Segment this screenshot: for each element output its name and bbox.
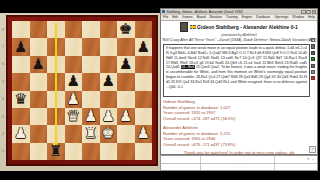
rank-label-3: 3 (1, 108, 5, 125)
square-g2[interactable] (117, 125, 135, 142)
window-buttons: – □ × (301, 10, 316, 14)
current-move-highlight[interactable]: 24...Be6 (181, 65, 195, 69)
maximize-button[interactable]: □ (306, 10, 310, 14)
white-pawn[interactable]: ♟ (137, 126, 150, 141)
close-button[interactable]: × (312, 10, 316, 14)
board: ♚♟♟♟♟♟♟♛♟♛♟♟♟♟♜♚♟♜ (12, 21, 152, 160)
menu-item-window[interactable]: Window (292, 15, 304, 19)
game-window: Stahlberg, Gideon - Alekhine, Alexander … (160, 8, 318, 155)
square-b3[interactable] (30, 108, 48, 125)
rank-label-7: 7 (1, 38, 5, 55)
resize-grip[interactable]: ≡ (309, 146, 316, 153)
rank-label-6: 6 (1, 56, 5, 73)
play-icon[interactable] (311, 57, 315, 61)
square-e1[interactable] (82, 143, 100, 160)
square-g3[interactable]: ♟ (117, 108, 135, 125)
rank-label-1: 1 (1, 143, 5, 160)
window-title: Stahlberg, Gideon - Alekhine, Alexander … (167, 10, 302, 14)
rank-label-2: 2 (1, 125, 5, 142)
menu-item-help[interactable]: Help (308, 15, 315, 19)
square-d6[interactable] (65, 56, 83, 73)
side-toolbar: ▲ (311, 38, 316, 80)
square-f4[interactable] (100, 91, 118, 108)
app-icon (162, 10, 165, 13)
stats-black-record: Overall record: +876 -171 =437 (73.8%) (163, 142, 315, 148)
square-e5[interactable] (82, 73, 100, 90)
players-result: Gideon Stahlberg - Alexander Alekhine 0-… (197, 24, 298, 30)
square-f5[interactable]: ♟ (100, 73, 118, 90)
white-rook[interactable]: ♜ (84, 126, 97, 141)
black-pawn[interactable]: ♟ (32, 57, 45, 72)
square-e6[interactable] (82, 56, 100, 73)
square-b5[interactable] (30, 73, 48, 90)
notation-dot: · (249, 157, 250, 161)
square-f2[interactable]: ♚ (100, 125, 118, 142)
square-h6[interactable] (135, 56, 153, 73)
square-d8[interactable] (65, 21, 83, 38)
square-a1[interactable] (12, 143, 30, 160)
square-e8[interactable] (82, 21, 100, 38)
table-divider-1 (200, 156, 201, 170)
white-pawn[interactable]: ♟ (84, 109, 97, 124)
white-king[interactable]: ♚ (102, 126, 115, 141)
black-pawn[interactable]: ♟ (119, 57, 132, 72)
square-a7[interactable]: ♟ (12, 38, 30, 55)
square-g4[interactable] (117, 91, 135, 108)
white-pawn[interactable]: ♟ (119, 109, 132, 124)
prev-move-icon[interactable] (311, 51, 315, 55)
player-photo (180, 22, 188, 32)
rank-label-4: 4 (1, 91, 5, 108)
black-pawn[interactable]: ♟ (102, 74, 115, 89)
menu-item-edit[interactable]: Edit (172, 15, 178, 19)
black-pawn[interactable]: ♟ (137, 40, 150, 55)
square-a6[interactable] (12, 56, 30, 73)
notation-row-dots: · · · · · · · · · · · · · · · · · · · · … (161, 164, 317, 172)
square-a5[interactable] (12, 73, 30, 90)
white-pawn[interactable]: ♟ (102, 109, 115, 124)
square-f1[interactable] (100, 143, 118, 160)
last-move-arrow (55, 23, 57, 144)
menu-item-engine[interactable]: Engine (242, 15, 252, 19)
white-pawn[interactable]: ♟ (67, 92, 80, 107)
square-d7[interactable] (65, 38, 83, 55)
square-g6[interactable]: ♟ (117, 56, 135, 73)
black-pawn[interactable]: ♟ (14, 40, 27, 55)
menu-item-board[interactable]: Board (197, 15, 206, 19)
square-b7[interactable] (30, 38, 48, 55)
square-f8[interactable] (100, 21, 118, 38)
square-a8[interactable] (12, 21, 30, 38)
menu-item-file[interactable]: File (163, 15, 168, 19)
square-d3[interactable]: ♛ (65, 108, 83, 125)
menu-item-training[interactable]: Training (226, 15, 238, 19)
square-g1[interactable] (117, 143, 135, 160)
notation-marks: ≡ – (307, 157, 315, 161)
menu-item-notation[interactable]: Notation (210, 15, 222, 19)
scroll-up-icon[interactable]: ▲ (311, 38, 315, 42)
square-d5[interactable]: ♟ (65, 73, 83, 90)
player-stats: Gideon Stahlberg Number of games in data… (163, 99, 315, 147)
square-b6[interactable]: ♟ (30, 56, 48, 73)
rank-label-5: 5 (1, 73, 5, 90)
square-a2[interactable]: ♟ (12, 125, 30, 142)
square-h8[interactable] (135, 21, 153, 38)
square-b2[interactable] (30, 125, 48, 142)
square-f7[interactable] (100, 38, 118, 55)
square-h7[interactable]: ♟ (135, 38, 153, 55)
menu-item-openings[interactable]: Openings (274, 15, 288, 19)
menu-item-games[interactable]: Games (182, 15, 193, 19)
square-h1[interactable] (135, 143, 153, 160)
black-rook[interactable]: ♜ (49, 144, 62, 159)
square-d4[interactable]: ♟ (65, 91, 83, 108)
notation-row-top: · ≡ – (161, 156, 317, 164)
title-bar: Stahlberg, Gideon - Alekhine, Alexander … (161, 9, 317, 15)
game-title-line: "Still Crazy After All These Years" - Zu… (161, 38, 317, 42)
square-g7[interactable] (117, 38, 135, 55)
black-pawn[interactable]: ♟ (67, 74, 80, 89)
square-f3[interactable]: ♟ (100, 108, 118, 125)
square-e2[interactable]: ♜ (82, 125, 100, 142)
square-h3[interactable] (135, 108, 153, 125)
record-icon[interactable] (311, 76, 315, 80)
next-move-icon[interactable] (311, 64, 315, 68)
black-queen[interactable]: ♛ (14, 92, 27, 107)
white-queen[interactable]: ♛ (67, 109, 80, 124)
square-d1[interactable] (65, 143, 83, 160)
moves-text[interactable]: It happens that one weak move in an equa… (163, 44, 310, 97)
square-b1[interactable] (30, 143, 48, 160)
square-a4[interactable]: ♛ (12, 91, 30, 108)
square-b4[interactable] (30, 91, 48, 108)
menu-item-database[interactable]: Database (256, 15, 270, 19)
square-h5[interactable] (135, 73, 153, 90)
game-header: Gideon Stahlberg - Alexander Alekhine 0-… (161, 22, 317, 32)
annotation-line: (annotated by Alekhine) (161, 33, 317, 37)
rank-label-8: 8 (1, 21, 5, 38)
black-king[interactable]: ♚ (119, 22, 132, 37)
square-g8[interactable]: ♚ (117, 21, 135, 38)
minimize-button[interactable]: – (301, 10, 305, 14)
table-divider-2 (274, 156, 275, 170)
square-a3[interactable] (12, 108, 30, 125)
video-frame: 87654321 abcdefgh ♚♟♟♟♟♟♟♛♟♛♟♟♟♟♜♚♟♜ Sta… (0, 0, 320, 180)
sweden-flag-icon (190, 25, 196, 29)
square-e3[interactable]: ♟ (82, 108, 100, 125)
square-g5[interactable] (117, 73, 135, 90)
square-e4[interactable] (82, 91, 100, 108)
white-pawn[interactable]: ♟ (14, 126, 27, 141)
flip-board-icon[interactable] (311, 44, 315, 48)
notation-table: · ≡ – · · · · · · · · · · · · · · · · · … (160, 155, 318, 171)
square-d2[interactable] (65, 125, 83, 142)
square-c1[interactable]: ♜ (47, 143, 65, 160)
square-f6[interactable] (100, 56, 118, 73)
square-e7[interactable] (82, 38, 100, 55)
square-b8[interactable] (30, 21, 48, 38)
settings-icon[interactable] (311, 70, 315, 74)
square-h4[interactable] (135, 91, 153, 108)
square-h2[interactable]: ♟ (135, 125, 153, 142)
menu-bar: FileEditGamesBoardNotationTrainingEngine… (161, 15, 317, 21)
